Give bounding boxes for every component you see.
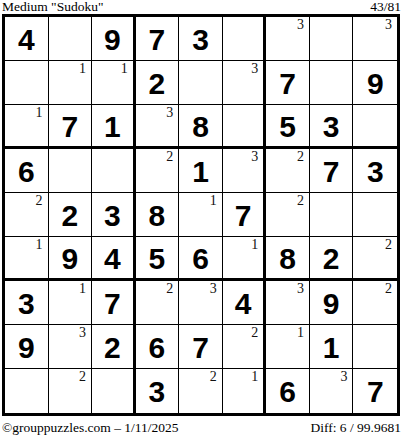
cell-r4c5: 1 bbox=[179, 149, 223, 193]
copyright-text: ©grouppuzzles.com – 1/11/2025 bbox=[2, 420, 179, 436]
pencil-mark: 2 bbox=[297, 150, 304, 164]
pencil-mark: 3 bbox=[210, 282, 217, 296]
cell-r1c8[interactable] bbox=[310, 17, 354, 61]
cell-r7c2[interactable]: 1 bbox=[49, 281, 93, 325]
footer: ©grouppuzzles.com – 1/11/2025 Diff: 6 / … bbox=[2, 420, 401, 436]
cell-r7c5[interactable]: 3 bbox=[179, 281, 223, 325]
cell-r2c4: 2 bbox=[136, 61, 180, 105]
given-digit: 5 bbox=[279, 110, 296, 142]
pencil-mark: 2 bbox=[385, 238, 392, 252]
given-digit: 9 bbox=[61, 242, 78, 274]
given-digit: 6 bbox=[279, 375, 296, 407]
pencil-mark: 2 bbox=[297, 194, 304, 208]
pencil-mark: 1 bbox=[251, 370, 258, 384]
sudoku-page: Medium "Sudoku" 43/81 497333112379171385… bbox=[0, 0, 402, 437]
cell-r4c1: 6 bbox=[5, 149, 49, 193]
cell-r2c3[interactable]: 1 bbox=[92, 61, 136, 105]
given-digit: 7 bbox=[279, 67, 296, 99]
given-digit: 2 bbox=[149, 67, 166, 99]
cell-r5c2: 2 bbox=[49, 193, 93, 237]
cell-r6c1[interactable]: 1 bbox=[5, 237, 49, 281]
cell-r4c4[interactable]: 2 bbox=[136, 149, 180, 193]
cell-r6c8: 2 bbox=[310, 237, 354, 281]
pencil-mark: 2 bbox=[210, 370, 217, 384]
pencil-mark: 2 bbox=[166, 150, 173, 164]
cell-r2c9: 9 bbox=[353, 61, 397, 105]
given-digit: 8 bbox=[279, 242, 296, 274]
cell-r6c9[interactable]: 2 bbox=[353, 237, 397, 281]
cell-r4c6[interactable]: 3 bbox=[223, 149, 267, 193]
given-digit: 7 bbox=[104, 287, 121, 319]
cell-r3c3: 1 bbox=[92, 105, 136, 149]
pencil-mark: 2 bbox=[36, 194, 43, 208]
cell-r2c5[interactable] bbox=[179, 61, 223, 105]
pencil-mark: 2 bbox=[166, 282, 173, 296]
cell-r1c4: 7 bbox=[136, 17, 180, 61]
given-digit: 9 bbox=[367, 67, 384, 99]
cell-r2c8[interactable] bbox=[310, 61, 354, 105]
given-digit: 1 bbox=[104, 110, 121, 142]
cell-r4c9: 3 bbox=[353, 149, 397, 193]
cell-r4c8: 7 bbox=[310, 149, 354, 193]
cell-r9c8[interactable]: 3 bbox=[310, 369, 354, 413]
cell-r6c5: 6 bbox=[179, 237, 223, 281]
cell-r3c2: 7 bbox=[49, 105, 93, 149]
cell-r8c5: 7 bbox=[179, 325, 223, 369]
cell-r1c6[interactable] bbox=[223, 17, 267, 61]
pencil-mark: 3 bbox=[297, 18, 304, 32]
given-digit: 3 bbox=[323, 110, 340, 142]
header: Medium "Sudoku" 43/81 bbox=[2, 0, 401, 14]
cell-r7c1: 3 bbox=[5, 281, 49, 325]
given-digit: 6 bbox=[192, 242, 209, 274]
pencil-mark: 1 bbox=[79, 282, 86, 296]
cell-r7c6: 4 bbox=[223, 281, 267, 325]
cell-r7c7[interactable]: 3 bbox=[266, 281, 310, 325]
cell-r3c7: 5 bbox=[266, 105, 310, 149]
cell-r9c9: 7 bbox=[353, 369, 397, 413]
given-digit: 9 bbox=[18, 331, 35, 363]
cell-r5c5[interactable]: 1 bbox=[179, 193, 223, 237]
cell-r1c3: 9 bbox=[92, 17, 136, 61]
given-digit: 2 bbox=[104, 331, 121, 363]
cell-r2c1[interactable] bbox=[5, 61, 49, 105]
pencil-mark: 3 bbox=[385, 18, 392, 32]
cell-r1c1: 4 bbox=[5, 17, 49, 61]
cell-r8c6[interactable]: 2 bbox=[223, 325, 267, 369]
cell-r5c8[interactable] bbox=[310, 193, 354, 237]
given-digit: 3 bbox=[367, 155, 384, 187]
cell-r5c9[interactable] bbox=[353, 193, 397, 237]
given-digit: 7 bbox=[149, 23, 166, 55]
given-digit: 5 bbox=[149, 242, 166, 274]
cell-r1c9[interactable]: 3 bbox=[353, 17, 397, 61]
cell-r5c1[interactable]: 2 bbox=[5, 193, 49, 237]
given-digit: 3 bbox=[192, 23, 209, 55]
cell-r1c7[interactable]: 3 bbox=[266, 17, 310, 61]
cell-r3c4[interactable]: 3 bbox=[136, 105, 180, 149]
cell-r2c7: 7 bbox=[266, 61, 310, 105]
cell-r9c2[interactable]: 2 bbox=[49, 369, 93, 413]
pencil-mark: 3 bbox=[79, 326, 86, 340]
pencil-mark: 1 bbox=[251, 238, 258, 252]
given-digit: 8 bbox=[149, 199, 166, 231]
given-counter: 43/81 bbox=[370, 0, 401, 14]
given-digit: 4 bbox=[235, 287, 252, 319]
pencil-mark: 1 bbox=[36, 238, 43, 252]
sudoku-board: 4973331123791713853621327322381721945618… bbox=[2, 14, 400, 416]
cell-r6c4: 5 bbox=[136, 237, 180, 281]
cell-r6c2: 9 bbox=[49, 237, 93, 281]
cell-r7c3: 7 bbox=[92, 281, 136, 325]
given-digit: 1 bbox=[323, 331, 340, 363]
cell-r6c6[interactable]: 1 bbox=[223, 237, 267, 281]
pencil-mark: 1 bbox=[297, 326, 304, 340]
given-digit: 9 bbox=[104, 23, 121, 55]
pencil-mark: 3 bbox=[297, 282, 304, 296]
cell-r9c5[interactable]: 2 bbox=[179, 369, 223, 413]
cell-r7c4[interactable]: 2 bbox=[136, 281, 180, 325]
cell-r3c1[interactable]: 1 bbox=[5, 105, 49, 149]
cell-r3c9[interactable] bbox=[353, 105, 397, 149]
cell-r8c3: 2 bbox=[92, 325, 136, 369]
cell-r2c2[interactable]: 1 bbox=[49, 61, 93, 105]
cell-r1c5: 3 bbox=[179, 17, 223, 61]
given-digit: 7 bbox=[323, 155, 340, 187]
given-digit: 7 bbox=[367, 375, 384, 407]
given-digit: 7 bbox=[61, 110, 78, 142]
cell-r9c7: 6 bbox=[266, 369, 310, 413]
cell-r8c8: 1 bbox=[310, 325, 354, 369]
pencil-mark: 2 bbox=[251, 326, 258, 340]
pencil-mark: 2 bbox=[385, 282, 392, 296]
pencil-mark: 1 bbox=[79, 62, 86, 76]
cell-r7c9[interactable]: 2 bbox=[353, 281, 397, 325]
cell-r3c8: 3 bbox=[310, 105, 354, 149]
pencil-mark: 3 bbox=[251, 150, 258, 164]
cell-r5c6: 7 bbox=[223, 193, 267, 237]
cell-r5c7[interactable]: 2 bbox=[266, 193, 310, 237]
cell-r9c6[interactable]: 1 bbox=[223, 369, 267, 413]
cell-r4c7[interactable]: 2 bbox=[266, 149, 310, 193]
pencil-mark: 3 bbox=[251, 62, 258, 76]
pencil-mark: 1 bbox=[210, 194, 217, 208]
cell-r6c7: 8 bbox=[266, 237, 310, 281]
cell-r9c4: 3 bbox=[136, 369, 180, 413]
given-digit: 3 bbox=[104, 199, 121, 231]
cell-r8c2[interactable]: 3 bbox=[49, 325, 93, 369]
given-digit: 3 bbox=[18, 287, 35, 319]
cell-r9c1[interactable] bbox=[5, 369, 49, 413]
pencil-mark: 3 bbox=[340, 370, 347, 384]
cell-r9c3[interactable] bbox=[92, 369, 136, 413]
pencil-mark: 1 bbox=[121, 62, 128, 76]
cell-r8c9[interactable] bbox=[353, 325, 397, 369]
difficulty-text: Diff: 6 / 99.9681 bbox=[311, 420, 402, 436]
given-digit: 9 bbox=[323, 287, 340, 319]
given-digit: 8 bbox=[192, 110, 209, 142]
given-digit: 2 bbox=[323, 242, 340, 274]
given-digit: 4 bbox=[104, 242, 121, 274]
given-digit: 1 bbox=[192, 155, 209, 187]
given-digit: 7 bbox=[235, 199, 252, 231]
given-digit: 6 bbox=[149, 331, 166, 363]
cell-r3c5: 8 bbox=[179, 105, 223, 149]
given-digit: 6 bbox=[18, 155, 35, 187]
cell-r5c3: 3 bbox=[92, 193, 136, 237]
cell-r7c8: 9 bbox=[310, 281, 354, 325]
pencil-mark: 3 bbox=[166, 106, 173, 120]
cell-r8c1: 9 bbox=[5, 325, 49, 369]
cell-r1c2[interactable] bbox=[49, 17, 93, 61]
cell-r4c2[interactable] bbox=[49, 149, 93, 193]
given-digit: 2 bbox=[61, 199, 78, 231]
page-title: Medium "Sudoku" bbox=[2, 0, 103, 14]
given-digit: 3 bbox=[149, 375, 166, 407]
cell-r2c6[interactable]: 3 bbox=[223, 61, 267, 105]
given-digit: 4 bbox=[18, 23, 35, 55]
pencil-mark: 2 bbox=[79, 370, 86, 384]
cell-r4c3[interactable] bbox=[92, 149, 136, 193]
cell-r8c4: 6 bbox=[136, 325, 180, 369]
given-digit: 7 bbox=[192, 331, 209, 363]
pencil-mark: 1 bbox=[36, 106, 43, 120]
cell-r6c3: 4 bbox=[92, 237, 136, 281]
cell-r3c6[interactable] bbox=[223, 105, 267, 149]
cell-r8c7[interactable]: 1 bbox=[266, 325, 310, 369]
cell-r5c4: 8 bbox=[136, 193, 180, 237]
